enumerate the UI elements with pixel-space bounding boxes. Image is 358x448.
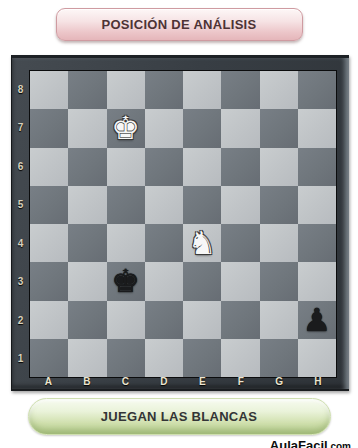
file-label-h: H bbox=[299, 374, 338, 389]
square-a5 bbox=[30, 186, 68, 224]
square-a4 bbox=[30, 224, 68, 262]
analysis-title-label: POSICIÓN DE ANÁLISIS bbox=[101, 17, 256, 32]
square-g2 bbox=[260, 301, 298, 339]
square-b8 bbox=[68, 71, 106, 109]
square-e2 bbox=[183, 301, 221, 339]
square-a1 bbox=[30, 339, 68, 377]
square-e6 bbox=[183, 148, 221, 186]
square-f8 bbox=[221, 71, 259, 109]
square-g8 bbox=[260, 71, 298, 109]
square-f6 bbox=[221, 148, 259, 186]
square-h4 bbox=[298, 224, 336, 262]
black-pawn-piece: ♟ bbox=[303, 304, 332, 336]
rank-label-1: 1 bbox=[12, 340, 29, 379]
file-label-g: G bbox=[260, 374, 299, 389]
square-c8 bbox=[107, 71, 145, 109]
square-c3: ♚ bbox=[107, 262, 145, 300]
square-f1 bbox=[221, 339, 259, 377]
square-c6 bbox=[107, 148, 145, 186]
square-e8 bbox=[183, 71, 221, 109]
square-a7 bbox=[30, 109, 68, 147]
turn-indicator-label: JUEGAN LAS BLANCAS bbox=[101, 409, 257, 424]
square-g7 bbox=[260, 109, 298, 147]
rank-label-4: 4 bbox=[12, 224, 29, 263]
square-g1 bbox=[260, 339, 298, 377]
square-c4 bbox=[107, 224, 145, 262]
square-d4 bbox=[145, 224, 183, 262]
square-h5 bbox=[298, 186, 336, 224]
analysis-title-banner: POSICIÓN DE ANÁLISIS bbox=[56, 8, 303, 41]
rank-label-8: 8 bbox=[12, 70, 29, 109]
square-a6 bbox=[30, 148, 68, 186]
square-a8 bbox=[30, 71, 68, 109]
square-a3 bbox=[30, 262, 68, 300]
square-b7 bbox=[68, 109, 106, 147]
site-credit-name: AulaFacil bbox=[270, 438, 328, 448]
square-e5 bbox=[183, 186, 221, 224]
square-d6 bbox=[145, 148, 183, 186]
turn-indicator-banner: JUEGAN LAS BLANCAS bbox=[28, 398, 331, 435]
rank-label-7: 7 bbox=[12, 109, 29, 148]
square-c1 bbox=[107, 339, 145, 377]
file-label-b: B bbox=[68, 374, 107, 389]
square-g4 bbox=[260, 224, 298, 262]
file-label-c: C bbox=[106, 374, 145, 389]
square-b4 bbox=[68, 224, 106, 262]
square-g5 bbox=[260, 186, 298, 224]
rank-labels: 87654321 bbox=[12, 70, 29, 378]
white-knight-piece: ♞ bbox=[188, 227, 217, 259]
square-d3 bbox=[145, 262, 183, 300]
square-e1 bbox=[183, 339, 221, 377]
square-d1 bbox=[145, 339, 183, 377]
square-g6 bbox=[260, 148, 298, 186]
square-b5 bbox=[68, 186, 106, 224]
square-d7 bbox=[145, 109, 183, 147]
square-f2 bbox=[221, 301, 259, 339]
square-h8 bbox=[298, 71, 336, 109]
square-f4 bbox=[221, 224, 259, 262]
square-e7 bbox=[183, 109, 221, 147]
board-squares: ♚♞♚♟ bbox=[29, 70, 337, 378]
square-b1 bbox=[68, 339, 106, 377]
square-d5 bbox=[145, 186, 183, 224]
square-e3 bbox=[183, 262, 221, 300]
square-h1 bbox=[298, 339, 336, 377]
square-f3 bbox=[221, 262, 259, 300]
white-king-piece: ♚ bbox=[111, 112, 140, 144]
file-label-d: D bbox=[145, 374, 184, 389]
square-h2: ♟ bbox=[298, 301, 336, 339]
square-h6 bbox=[298, 148, 336, 186]
site-credit-suffix: .com bbox=[328, 441, 351, 448]
square-b3 bbox=[68, 262, 106, 300]
file-label-e: E bbox=[183, 374, 222, 389]
black-king-piece: ♚ bbox=[111, 265, 140, 297]
square-c2 bbox=[107, 301, 145, 339]
square-f7 bbox=[221, 109, 259, 147]
square-c5 bbox=[107, 186, 145, 224]
square-g3 bbox=[260, 262, 298, 300]
square-b2 bbox=[68, 301, 106, 339]
square-h3 bbox=[298, 262, 336, 300]
square-b6 bbox=[68, 148, 106, 186]
square-e4: ♞ bbox=[183, 224, 221, 262]
square-a2 bbox=[30, 301, 68, 339]
rank-label-5: 5 bbox=[12, 186, 29, 225]
square-f5 bbox=[221, 186, 259, 224]
rank-label-2: 2 bbox=[12, 301, 29, 340]
chess-board: 87654321 ♚♞♚♟ ABCDEFGH bbox=[11, 55, 349, 391]
rank-label-6: 6 bbox=[12, 147, 29, 186]
file-label-a: A bbox=[29, 374, 68, 389]
square-h7 bbox=[298, 109, 336, 147]
site-credit: AulaFacil.com bbox=[0, 436, 358, 448]
square-d8 bbox=[145, 71, 183, 109]
square-c7: ♚ bbox=[107, 109, 145, 147]
square-d2 bbox=[145, 301, 183, 339]
file-labels: ABCDEFGH bbox=[29, 374, 337, 389]
rank-label-3: 3 bbox=[12, 263, 29, 302]
file-label-f: F bbox=[222, 374, 261, 389]
